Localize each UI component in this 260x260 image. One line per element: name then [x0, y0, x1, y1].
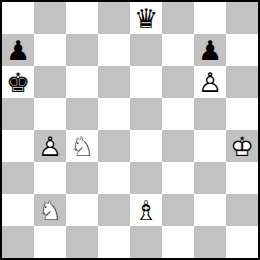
piece-white-knight[interactable]: ♘ — [34, 194, 66, 226]
piece-black-pawn[interactable]: ♟ — [2, 34, 34, 66]
square-c3[interactable] — [66, 162, 98, 194]
square-g1[interactable] — [194, 226, 226, 258]
square-a7[interactable]: ♟ — [2, 34, 34, 66]
square-a6[interactable]: ♚ — [2, 66, 34, 98]
square-f3[interactable] — [162, 162, 194, 194]
chess-diagram: ♛♟♟♚♟♙♟♙♞♘♚♔♞♘♝♗ — [0, 0, 260, 260]
square-h2[interactable] — [226, 194, 258, 226]
square-e4[interactable] — [130, 130, 162, 162]
piece-white-king[interactable]: ♔ — [226, 130, 258, 162]
square-h6[interactable] — [226, 66, 258, 98]
piece-fill-white-pawn: ♟ — [34, 130, 66, 162]
square-c5[interactable] — [66, 98, 98, 130]
square-e1[interactable] — [130, 226, 162, 258]
square-d6[interactable] — [98, 66, 130, 98]
piece-fill-white-knight: ♞ — [66, 130, 98, 162]
square-g6[interactable]: ♟♙ — [194, 66, 226, 98]
square-f6[interactable] — [162, 66, 194, 98]
square-e6[interactable] — [130, 66, 162, 98]
square-h7[interactable] — [226, 34, 258, 66]
square-h1[interactable] — [226, 226, 258, 258]
square-g8[interactable] — [194, 2, 226, 34]
square-h8[interactable] — [226, 2, 258, 34]
piece-white-bishop[interactable]: ♗ — [130, 194, 162, 226]
square-f5[interactable] — [162, 98, 194, 130]
piece-fill-white-pawn: ♟ — [194, 66, 226, 98]
square-g5[interactable] — [194, 98, 226, 130]
square-b4[interactable]: ♟♙ — [34, 130, 66, 162]
piece-white-pawn[interactable]: ♙ — [34, 130, 66, 162]
square-f2[interactable] — [162, 194, 194, 226]
square-g7[interactable]: ♟ — [194, 34, 226, 66]
piece-black-pawn[interactable]: ♟ — [194, 34, 226, 66]
square-b8[interactable] — [34, 2, 66, 34]
chess-board: ♛♟♟♚♟♙♟♙♞♘♚♔♞♘♝♗ — [0, 0, 260, 260]
square-c4[interactable]: ♞♘ — [66, 130, 98, 162]
square-c7[interactable] — [66, 34, 98, 66]
square-b6[interactable] — [34, 66, 66, 98]
square-b1[interactable] — [34, 226, 66, 258]
square-c8[interactable] — [66, 2, 98, 34]
square-f8[interactable] — [162, 2, 194, 34]
square-c1[interactable] — [66, 226, 98, 258]
square-h3[interactable] — [226, 162, 258, 194]
square-h4[interactable]: ♚♔ — [226, 130, 258, 162]
square-d5[interactable] — [98, 98, 130, 130]
square-a8[interactable] — [2, 2, 34, 34]
square-c6[interactable] — [66, 66, 98, 98]
piece-fill-white-bishop: ♝ — [130, 194, 162, 226]
square-g3[interactable] — [194, 162, 226, 194]
square-g4[interactable] — [194, 130, 226, 162]
square-f1[interactable] — [162, 226, 194, 258]
piece-fill-white-king: ♚ — [226, 130, 258, 162]
square-d2[interactable] — [98, 194, 130, 226]
square-b5[interactable] — [34, 98, 66, 130]
square-e8[interactable]: ♛ — [130, 2, 162, 34]
piece-white-knight[interactable]: ♘ — [66, 130, 98, 162]
square-h5[interactable] — [226, 98, 258, 130]
square-e2[interactable]: ♝♗ — [130, 194, 162, 226]
square-d8[interactable] — [98, 2, 130, 34]
square-e3[interactable] — [130, 162, 162, 194]
square-g2[interactable] — [194, 194, 226, 226]
square-a5[interactable] — [2, 98, 34, 130]
square-d3[interactable] — [98, 162, 130, 194]
square-d1[interactable] — [98, 226, 130, 258]
square-b2[interactable]: ♞♘ — [34, 194, 66, 226]
square-e5[interactable] — [130, 98, 162, 130]
piece-black-queen[interactable]: ♛ — [130, 2, 162, 34]
square-e7[interactable] — [130, 34, 162, 66]
square-a2[interactable] — [2, 194, 34, 226]
square-c2[interactable] — [66, 194, 98, 226]
square-a3[interactable] — [2, 162, 34, 194]
square-d7[interactable] — [98, 34, 130, 66]
square-a4[interactable] — [2, 130, 34, 162]
piece-black-king[interactable]: ♚ — [2, 66, 34, 98]
square-b7[interactable] — [34, 34, 66, 66]
piece-fill-white-knight: ♞ — [34, 194, 66, 226]
square-f7[interactable] — [162, 34, 194, 66]
square-f4[interactable] — [162, 130, 194, 162]
square-a1[interactable] — [2, 226, 34, 258]
square-d4[interactable] — [98, 130, 130, 162]
square-b3[interactable] — [34, 162, 66, 194]
piece-white-pawn[interactable]: ♙ — [194, 66, 226, 98]
